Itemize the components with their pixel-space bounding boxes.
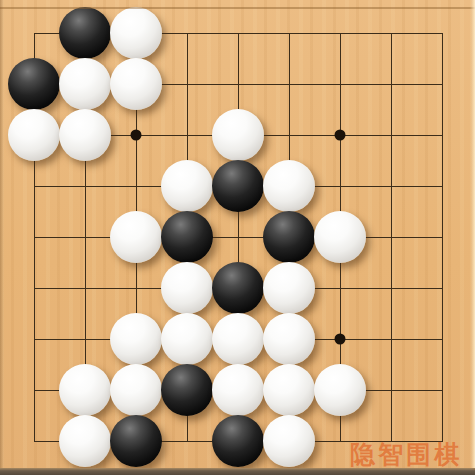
stone-white bbox=[59, 364, 111, 416]
stone-white bbox=[59, 58, 111, 110]
stone-white bbox=[110, 364, 162, 416]
stone-white bbox=[263, 313, 315, 365]
stone-black bbox=[212, 415, 264, 467]
stone-white bbox=[110, 211, 162, 263]
stone-white bbox=[314, 211, 366, 263]
watermark-text: 隐智围棋 bbox=[350, 438, 462, 471]
grid-line-vertical bbox=[442, 33, 443, 442]
stone-black bbox=[161, 364, 213, 416]
stone-black bbox=[110, 415, 162, 467]
grid-line-vertical bbox=[391, 33, 392, 442]
stone-white bbox=[212, 109, 264, 161]
stone-black bbox=[212, 262, 264, 314]
stone-white bbox=[263, 415, 315, 467]
stone-white bbox=[161, 313, 213, 365]
stone-white bbox=[212, 364, 264, 416]
board-bevel-left bbox=[0, 0, 4, 475]
stone-white bbox=[110, 7, 162, 59]
stone-black bbox=[212, 160, 264, 212]
stone-black bbox=[263, 211, 315, 263]
star-point bbox=[335, 334, 346, 345]
grid-line-horizontal bbox=[34, 237, 443, 238]
stone-white bbox=[110, 313, 162, 365]
star-point bbox=[335, 130, 346, 141]
stone-black bbox=[161, 211, 213, 263]
stone-white bbox=[59, 109, 111, 161]
stone-white bbox=[263, 364, 315, 416]
stone-black bbox=[59, 7, 111, 59]
stone-white bbox=[212, 313, 264, 365]
stone-black bbox=[8, 58, 60, 110]
stone-white bbox=[314, 364, 366, 416]
stone-white bbox=[263, 262, 315, 314]
stone-white bbox=[161, 160, 213, 212]
board-bevel-top bbox=[0, 7, 475, 9]
stone-white bbox=[110, 58, 162, 110]
go-app-window: 隐智围棋 bbox=[0, 0, 475, 475]
stone-white bbox=[59, 415, 111, 467]
board-bevel-right bbox=[470, 0, 475, 475]
go-board[interactable]: 隐智围棋 bbox=[0, 0, 475, 475]
stone-white bbox=[8, 109, 60, 161]
star-point bbox=[131, 130, 142, 141]
stone-white bbox=[263, 160, 315, 212]
stone-white bbox=[161, 262, 213, 314]
